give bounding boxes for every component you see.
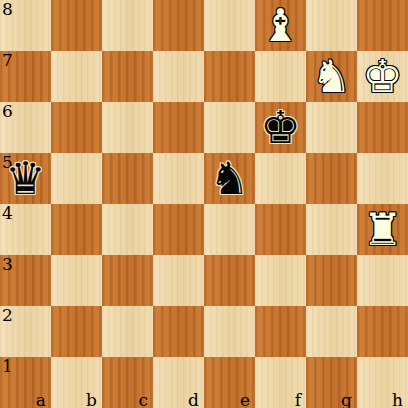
square-g5[interactable] — [306, 153, 357, 204]
square-e4[interactable] — [204, 204, 255, 255]
square-g1[interactable]: g — [306, 357, 357, 408]
square-b3[interactable] — [51, 255, 102, 306]
square-e3[interactable] — [204, 255, 255, 306]
file-label-e: e — [240, 390, 250, 408]
square-d3[interactable] — [153, 255, 204, 306]
rank-label-7: 7 — [2, 50, 13, 70]
square-b5[interactable] — [51, 153, 102, 204]
square-d4[interactable] — [153, 204, 204, 255]
square-b1[interactable]: b — [51, 357, 102, 408]
square-e6[interactable] — [204, 102, 255, 153]
square-b7[interactable] — [51, 51, 102, 102]
black-king-f6[interactable]: ♚ — [255, 102, 306, 153]
rank-label-3: 3 — [2, 254, 13, 274]
rank-label-8: 8 — [2, 0, 13, 19]
square-h2[interactable] — [357, 306, 408, 357]
file-label-d: d — [188, 390, 199, 408]
white-rook-h4[interactable]: ♜ — [357, 204, 408, 255]
square-e2[interactable] — [204, 306, 255, 357]
square-g7[interactable]: ♞ — [306, 51, 357, 102]
square-f5[interactable] — [255, 153, 306, 204]
rank-label-6: 6 — [2, 101, 13, 121]
square-c8[interactable] — [102, 0, 153, 51]
chess-app: 8♝7♞♚6♚5♛♞4♜321abcdefgh — [0, 0, 408, 408]
square-g6[interactable] — [306, 102, 357, 153]
square-d1[interactable]: d — [153, 357, 204, 408]
square-c6[interactable] — [102, 102, 153, 153]
square-h4[interactable]: ♜ — [357, 204, 408, 255]
square-f7[interactable] — [255, 51, 306, 102]
black-knight-e5[interactable]: ♞ — [204, 153, 255, 204]
square-h7[interactable]: ♚ — [357, 51, 408, 102]
file-label-h: h — [392, 390, 403, 408]
square-c2[interactable] — [102, 306, 153, 357]
file-label-c: c — [138, 390, 148, 408]
square-d6[interactable] — [153, 102, 204, 153]
file-label-f: f — [295, 390, 301, 408]
square-g8[interactable] — [306, 0, 357, 51]
file-label-a: a — [36, 390, 46, 408]
black-queen-a5[interactable]: ♛ — [0, 153, 51, 204]
square-d2[interactable] — [153, 306, 204, 357]
board-grid: 8♝7♞♚6♚5♛♞4♜321abcdefgh — [0, 0, 408, 408]
square-a6[interactable]: 6 — [0, 102, 51, 153]
square-f3[interactable] — [255, 255, 306, 306]
square-c3[interactable] — [102, 255, 153, 306]
file-label-b: b — [86, 390, 97, 408]
square-e5[interactable]: ♞ — [204, 153, 255, 204]
square-b4[interactable] — [51, 204, 102, 255]
square-g4[interactable] — [306, 204, 357, 255]
file-label-g: g — [341, 390, 352, 408]
square-e8[interactable] — [204, 0, 255, 51]
square-g2[interactable] — [306, 306, 357, 357]
rank-label-4: 4 — [2, 203, 13, 223]
square-a4[interactable]: 4 — [0, 204, 51, 255]
square-e7[interactable] — [204, 51, 255, 102]
square-b8[interactable] — [51, 0, 102, 51]
square-a5[interactable]: 5♛ — [0, 153, 51, 204]
square-f6[interactable]: ♚ — [255, 102, 306, 153]
square-d8[interactable] — [153, 0, 204, 51]
square-c5[interactable] — [102, 153, 153, 204]
white-king-h7[interactable]: ♚ — [357, 51, 408, 102]
square-a8[interactable]: 8 — [0, 0, 51, 51]
square-c4[interactable] — [102, 204, 153, 255]
square-a7[interactable]: 7 — [0, 51, 51, 102]
white-knight-g7[interactable]: ♞ — [306, 51, 357, 102]
square-a2[interactable]: 2 — [0, 306, 51, 357]
square-b2[interactable] — [51, 306, 102, 357]
square-g3[interactable] — [306, 255, 357, 306]
square-a3[interactable]: 3 — [0, 255, 51, 306]
square-h1[interactable]: h — [357, 357, 408, 408]
square-h6[interactable] — [357, 102, 408, 153]
square-h3[interactable] — [357, 255, 408, 306]
square-d5[interactable] — [153, 153, 204, 204]
square-f1[interactable]: f — [255, 357, 306, 408]
rank-label-1: 1 — [2, 356, 13, 376]
square-h5[interactable] — [357, 153, 408, 204]
square-e1[interactable]: e — [204, 357, 255, 408]
square-d7[interactable] — [153, 51, 204, 102]
square-f8[interactable]: ♝ — [255, 0, 306, 51]
square-b6[interactable] — [51, 102, 102, 153]
square-h8[interactable] — [357, 0, 408, 51]
square-f2[interactable] — [255, 306, 306, 357]
square-c1[interactable]: c — [102, 357, 153, 408]
square-a1[interactable]: 1a — [0, 357, 51, 408]
rank-label-2: 2 — [2, 305, 13, 325]
square-f4[interactable] — [255, 204, 306, 255]
white-bishop-f8[interactable]: ♝ — [255, 0, 306, 51]
square-c7[interactable] — [102, 51, 153, 102]
